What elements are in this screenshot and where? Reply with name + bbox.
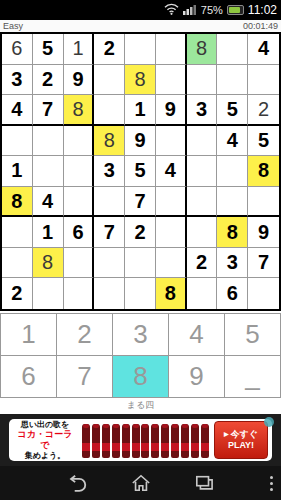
play-arrow-icon: ▶	[224, 431, 229, 439]
ad-cta-line2: PLAY!	[228, 440, 254, 451]
nav-bar	[0, 466, 281, 500]
cell-r4c6[interactable]	[156, 126, 187, 157]
cell-r9c2[interactable]	[33, 278, 64, 309]
cell-r5c7[interactable]	[187, 156, 218, 187]
cell-r5c9[interactable]: 8	[248, 156, 279, 187]
cell-r9c5[interactable]	[125, 278, 156, 309]
cell-r5c5[interactable]: 5	[125, 156, 156, 187]
ad-banner[interactable]: 思い出の歌を コカ・コーラで 集めよう。 ▶今すぐ PLAY!	[0, 414, 281, 466]
cell-r1c2[interactable]: 5	[33, 34, 64, 65]
signal-icon	[183, 1, 197, 19]
cola-bottle-icon	[132, 424, 140, 458]
cell-r7c7[interactable]	[187, 217, 218, 248]
cell-r9c6[interactable]: 8	[156, 278, 187, 309]
cell-r2c4[interactable]	[94, 65, 125, 96]
difficulty-label: Easy	[3, 21, 23, 31]
key-8[interactable]: 8	[113, 356, 169, 398]
timer: 00:01:49	[243, 21, 278, 31]
cell-r9c7[interactable]	[187, 278, 218, 309]
ad-info-icon[interactable]	[264, 417, 274, 427]
key-9[interactable]: 9	[169, 356, 225, 398]
cola-bottle-icon	[171, 424, 179, 458]
cola-bottle-icon	[191, 424, 199, 458]
cell-r5c1[interactable]: 1	[2, 156, 33, 187]
cell-r7c5[interactable]: 2	[125, 217, 156, 248]
info-bar: Easy 00:01:49	[0, 20, 281, 32]
cell-r3c2[interactable]: 7	[33, 95, 64, 126]
cell-r5c8[interactable]	[217, 156, 248, 187]
key-6[interactable]: 6	[1, 356, 57, 398]
back-button[interactable]	[64, 472, 90, 494]
key-7[interactable]: 7	[57, 356, 113, 398]
cell-r9c9[interactable]	[248, 278, 279, 309]
battery-icon	[227, 5, 244, 15]
cola-bottle-icon	[122, 424, 130, 458]
cell-r4c5[interactable]: 9	[125, 126, 156, 157]
cell-r8c7[interactable]: 2	[187, 248, 218, 279]
cell-r1c9[interactable]: 4	[248, 34, 279, 65]
cell-r3c8[interactable]: 5	[217, 95, 248, 126]
cell-r8c3[interactable]	[64, 248, 95, 279]
ad-cta-line1: 今すぐ	[231, 429, 258, 440]
cell-r2c9[interactable]	[248, 65, 279, 96]
cell-r3c1[interactable]: 4	[2, 95, 33, 126]
wifi-icon	[164, 1, 179, 19]
cell-r3c5[interactable]: 1	[125, 95, 156, 126]
key-2[interactable]: 2	[57, 314, 113, 356]
cell-r8c9[interactable]: 7	[248, 248, 279, 279]
cell-r3c7[interactable]: 3	[187, 95, 218, 126]
ad-panel[interactable]: 思い出の歌を コカ・コーラで 集めよう。 ▶今すぐ PLAY!	[9, 419, 272, 461]
cell-r6c3[interactable]	[64, 187, 95, 218]
ad-line1: 思い出の歌を	[13, 420, 77, 430]
cola-bottle-icon	[112, 424, 120, 458]
cell-r2c5[interactable]: 8	[125, 65, 156, 96]
cell-r8c2[interactable]: 8	[33, 248, 64, 279]
cell-r8c6[interactable]	[156, 248, 187, 279]
cell-r4c4[interactable]: 8	[94, 126, 125, 157]
cell-r1c7[interactable]: 8	[187, 34, 218, 65]
cola-bottle-icon	[161, 424, 169, 458]
cell-r1c8[interactable]	[217, 34, 248, 65]
cell-r6c9[interactable]	[248, 187, 279, 218]
cell-r8c4[interactable]	[94, 248, 125, 279]
keypad: 123456789_	[0, 313, 281, 398]
cell-r4c9[interactable]: 5	[248, 126, 279, 157]
screen: 75% 11:02 Easy 00:01:49 6512843298478193…	[0, 0, 281, 500]
cell-r2c6[interactable]	[156, 65, 187, 96]
cola-bottle-icon	[151, 424, 159, 458]
cell-r1c3[interactable]: 1	[64, 34, 95, 65]
key-4[interactable]: 4	[169, 314, 225, 356]
cell-r9c1[interactable]: 2	[2, 278, 33, 309]
cell-r1c4[interactable]: 2	[94, 34, 125, 65]
cell-r3c4[interactable]	[94, 95, 125, 126]
cell-r5c4[interactable]: 3	[94, 156, 125, 187]
cell-r6c2[interactable]: 4	[33, 187, 64, 218]
cell-r5c6[interactable]: 4	[156, 156, 187, 187]
cell-r9c4[interactable]	[94, 278, 125, 309]
cola-bottle-icon	[201, 424, 209, 458]
app-caption: まる四	[0, 398, 281, 414]
cell-r7c1[interactable]	[2, 217, 33, 248]
cell-r6c6[interactable]	[156, 187, 187, 218]
cell-r6c7[interactable]	[187, 187, 218, 218]
ad-play-button[interactable]: ▶今すぐ PLAY!	[214, 421, 268, 459]
cell-r8c1[interactable]	[2, 248, 33, 279]
cell-r7c2[interactable]: 1	[33, 217, 64, 248]
cola-bottle-icon	[181, 424, 189, 458]
cell-r6c1[interactable]: 8	[2, 187, 33, 218]
cell-r2c3[interactable]: 9	[64, 65, 95, 96]
cell-r2c7[interactable]	[187, 65, 218, 96]
cell-r7c3[interactable]: 6	[64, 217, 95, 248]
battery-percent: 75%	[201, 4, 223, 16]
key-5[interactable]: 5	[225, 314, 281, 356]
cell-r7c4[interactable]: 7	[94, 217, 125, 248]
cola-bottles-image	[80, 422, 211, 458]
cell-r6c8[interactable]	[217, 187, 248, 218]
cell-r9c3[interactable]	[64, 278, 95, 309]
cola-bottle-icon	[82, 424, 90, 458]
cell-r7c6[interactable]	[156, 217, 187, 248]
cell-r1c1[interactable]: 6	[2, 34, 33, 65]
cola-bottle-icon	[92, 424, 100, 458]
cell-r8c8[interactable]: 3	[217, 248, 248, 279]
ad-text: 思い出の歌を コカ・コーラで 集めよう。	[13, 420, 77, 461]
key-3[interactable]: 3	[113, 314, 169, 356]
cell-r9c8[interactable]: 6	[217, 278, 248, 309]
cell-r4c2[interactable]	[33, 126, 64, 157]
cell-r2c1[interactable]: 3	[2, 65, 33, 96]
cell-r5c2[interactable]	[33, 156, 64, 187]
menu-overflow-icon[interactable]	[266, 466, 277, 500]
cell-r4c7[interactable]	[187, 126, 218, 157]
cell-r4c8[interactable]: 4	[217, 126, 248, 157]
cell-r6c5[interactable]: 7	[125, 187, 156, 218]
cola-bottle-icon	[141, 424, 149, 458]
status-time: 11:02	[248, 3, 277, 17]
cell-r3c9[interactable]: 2	[248, 95, 279, 126]
cell-r2c2[interactable]: 2	[33, 65, 64, 96]
cell-r4c3[interactable]	[64, 126, 95, 157]
cell-r3c6[interactable]: 9	[156, 95, 187, 126]
cola-bottle-icon	[102, 424, 110, 458]
home-button[interactable]	[128, 472, 154, 494]
key-erase[interactable]: _	[225, 356, 281, 398]
cell-r7c8[interactable]: 8	[217, 217, 248, 248]
cell-r8c5[interactable]	[125, 248, 156, 279]
cell-r4c1[interactable]	[2, 126, 33, 157]
ad-line3: 集めよう。	[13, 451, 77, 461]
key-1[interactable]: 1	[1, 314, 57, 356]
sudoku-board: 6512843298478193528945135488471672898237…	[0, 32, 281, 311]
cell-r1c6[interactable]	[156, 34, 187, 65]
cell-r2c8[interactable]	[217, 65, 248, 96]
status-bar: 75% 11:02	[0, 0, 281, 20]
cell-r6c4[interactable]	[94, 187, 125, 218]
cell-r7c9[interactable]: 9	[248, 217, 279, 248]
ad-line2: コカ・コーラで	[13, 429, 77, 451]
recent-apps-button[interactable]	[191, 472, 217, 494]
cell-r1c5[interactable]	[125, 34, 156, 65]
cell-r5c3[interactable]	[64, 156, 95, 187]
cell-r3c3[interactable]: 8	[64, 95, 95, 126]
